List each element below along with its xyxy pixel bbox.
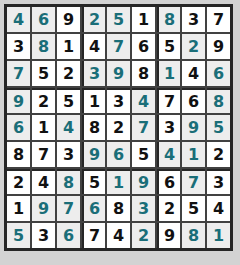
- cell-r5c8: 9: [182, 115, 205, 140]
- cell-r9c7[interactable]: 9: [157, 223, 180, 248]
- cell-r1c1: 4: [7, 7, 30, 32]
- cell-r5c5[interactable]: 2: [107, 115, 130, 140]
- cell-r6c6[interactable]: 5: [132, 142, 155, 167]
- cell-r2c6[interactable]: 6: [132, 34, 155, 59]
- cell-r4c4[interactable]: 1: [82, 88, 105, 113]
- cell-r7c4[interactable]: 5: [82, 169, 105, 194]
- cell-r4c6: 4: [132, 88, 155, 113]
- cell-r1c7: 8: [157, 7, 180, 32]
- cell-r4c3[interactable]: 5: [57, 88, 80, 113]
- cell-r5c7[interactable]: 3: [157, 115, 180, 140]
- cell-r7c5: 1: [107, 169, 130, 194]
- cell-r8c9[interactable]: 4: [207, 196, 230, 221]
- cell-r7c3: 8: [57, 169, 80, 194]
- cell-r5c6: 7: [132, 115, 155, 140]
- cell-r6c5: 6: [107, 142, 130, 167]
- cell-r3c7: 1: [157, 61, 180, 86]
- cell-r4c9: 8: [207, 88, 230, 113]
- cell-r8c7[interactable]: 2: [157, 196, 180, 221]
- cell-r2c3[interactable]: 1: [57, 34, 80, 59]
- cell-r3c5: 9: [107, 61, 130, 86]
- cell-r2c5: 7: [107, 34, 130, 59]
- sudoku-board: 4692518373814765297523981469251347686148…: [4, 4, 233, 251]
- cell-r2c7[interactable]: 5: [157, 34, 180, 59]
- cell-r9c8: 8: [182, 223, 205, 248]
- cell-r7c9[interactable]: 3: [207, 169, 230, 194]
- cell-r3c6[interactable]: 8: [132, 61, 155, 86]
- cell-r9c3: 6: [57, 223, 80, 248]
- cell-r4c1: 9: [7, 88, 30, 113]
- cell-r9c2[interactable]: 3: [32, 223, 55, 248]
- cell-r6c9[interactable]: 2: [207, 142, 230, 167]
- cell-r1c9[interactable]: 7: [207, 7, 230, 32]
- cell-r5c1: 6: [7, 115, 30, 140]
- cell-r7c1[interactable]: 2: [7, 169, 30, 194]
- cell-r2c9[interactable]: 9: [207, 34, 230, 59]
- cell-r8c3: 7: [57, 196, 80, 221]
- cell-r7c6: 9: [132, 169, 155, 194]
- cell-r4c5[interactable]: 3: [107, 88, 130, 113]
- cell-r9c5[interactable]: 4: [107, 223, 130, 248]
- cell-r1c4: 2: [82, 7, 105, 32]
- cell-r6c7: 4: [157, 142, 180, 167]
- cell-r3c9: 6: [207, 61, 230, 86]
- cell-r6c4: 9: [82, 142, 105, 167]
- cell-r7c2[interactable]: 4: [32, 169, 55, 194]
- cell-r7c7[interactable]: 6: [157, 169, 180, 194]
- cell-r5c2[interactable]: 1: [32, 115, 55, 140]
- cell-r2c4[interactable]: 4: [82, 34, 105, 59]
- cell-r8c2: 9: [32, 196, 55, 221]
- cell-r4c2[interactable]: 2: [32, 88, 55, 113]
- cell-r4c7[interactable]: 7: [157, 88, 180, 113]
- cell-r5c4[interactable]: 8: [82, 115, 105, 140]
- cell-r6c3[interactable]: 3: [57, 142, 80, 167]
- cell-r6c8: 1: [182, 142, 205, 167]
- cell-r9c9: 1: [207, 223, 230, 248]
- cell-r2c1[interactable]: 3: [7, 34, 30, 59]
- cell-r3c2[interactable]: 5: [32, 61, 55, 86]
- cell-r9c6: 2: [132, 223, 155, 248]
- cell-r8c5[interactable]: 8: [107, 196, 130, 221]
- cell-r2c2: 8: [32, 34, 55, 59]
- cell-r2c8: 2: [182, 34, 205, 59]
- cell-r9c1: 5: [7, 223, 30, 248]
- cell-r3c3[interactable]: 2: [57, 61, 80, 86]
- cell-r1c6[interactable]: 1: [132, 7, 155, 32]
- cell-r1c2: 6: [32, 7, 55, 32]
- cell-r5c9: 5: [207, 115, 230, 140]
- cell-r3c4: 3: [82, 61, 105, 86]
- cell-r1c3[interactable]: 9: [57, 7, 80, 32]
- cell-r8c4: 6: [82, 196, 105, 221]
- cell-r9c4[interactable]: 7: [82, 223, 105, 248]
- cell-r4c8[interactable]: 6: [182, 88, 205, 113]
- cell-r3c1: 7: [7, 61, 30, 86]
- cell-r8c8[interactable]: 5: [182, 196, 205, 221]
- cell-r8c6: 3: [132, 196, 155, 221]
- cell-r1c8[interactable]: 3: [182, 7, 205, 32]
- cell-r7c8: 7: [182, 169, 205, 194]
- cell-r1c5: 5: [107, 7, 130, 32]
- cell-r8c1[interactable]: 1: [7, 196, 30, 221]
- cell-r5c3: 4: [57, 115, 80, 140]
- cell-r6c2[interactable]: 7: [32, 142, 55, 167]
- cell-r6c1[interactable]: 8: [7, 142, 30, 167]
- cell-r3c8[interactable]: 4: [182, 61, 205, 86]
